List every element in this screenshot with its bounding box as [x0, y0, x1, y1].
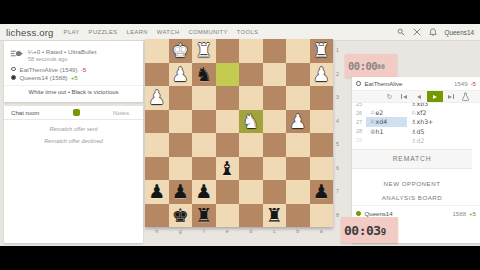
nav-item-community[interactable]: COMMUNITY [188, 29, 227, 35]
bell-icon[interactable] [429, 28, 437, 36]
black-clock-fraction: 9 [381, 227, 386, 237]
square-d5[interactable] [239, 133, 263, 157]
square-d7[interactable] [239, 180, 263, 204]
game-result-text: White time out • Black is victorious [4, 85, 143, 95]
replay-nav: ↻ [352, 91, 480, 103]
square-h4[interactable] [145, 110, 169, 134]
square-f3[interactable] [192, 86, 216, 110]
tab-notes[interactable]: Notes [113, 109, 129, 116]
square-a4[interactable] [310, 110, 334, 134]
white-player-rating: 1549 [454, 80, 468, 87]
square-c4[interactable] [263, 110, 287, 134]
square-d2[interactable] [239, 63, 263, 87]
tab-chat-room[interactable]: Chat room [11, 109, 39, 116]
main-menu: PLAYPUZZLESLEARNWATCHCOMMUNITYTOOLS [64, 29, 259, 35]
black-clock: 00:03 9 [341, 217, 398, 243]
square-g3[interactable] [169, 86, 193, 110]
move-26-white[interactable]: ♘e2 [366, 108, 407, 117]
move-27-black[interactable]: ♗xh3+ [407, 117, 448, 126]
square-b4[interactable]: ♟ [286, 110, 310, 134]
black-clock-time: 00:03 [344, 223, 381, 238]
crossed-swords-icon[interactable] [413, 28, 421, 36]
spacer [352, 169, 480, 177]
move-number: 25 [352, 103, 366, 107]
square-f2[interactable]: ♞ [192, 63, 216, 87]
previous-move-button[interactable] [412, 91, 427, 102]
piece-black-rook[interactable]: ♜ [192, 204, 216, 228]
file-label: f [192, 228, 216, 234]
piece-black-pawn[interactable]: ♟ [169, 180, 193, 204]
square-c8[interactable]: ♜ [263, 204, 287, 228]
square-f8[interactable]: ♜ [192, 204, 216, 228]
white-clock: 00:00 00 [345, 54, 397, 77]
square-h5[interactable] [145, 133, 169, 157]
nav-item-watch[interactable]: WATCH [157, 29, 180, 35]
game-setup-row: ¼+0 • Rated • UltraBullet 58 seconds ago [4, 41, 143, 64]
analysis-board-button[interactable]: ANALYSIS BOARD [352, 191, 472, 205]
piece-black-pawn[interactable]: ♟ [145, 180, 169, 204]
piece-white-rook[interactable]: ♜ [192, 39, 216, 63]
square-b3[interactable] [286, 86, 310, 110]
chat-message: Rematch offer sent [4, 126, 143, 132]
square-f7[interactable]: ♟ [192, 180, 216, 204]
black-color-icon [11, 75, 16, 80]
site-logo[interactable]: lichess.org [6, 27, 54, 38]
black-player-line: Queens14 (1588) +5 [4, 73, 143, 82]
square-c1[interactable] [263, 39, 287, 63]
square-e2[interactable] [216, 63, 240, 87]
time-ago-label: 58 seconds ago [28, 56, 96, 62]
move-row: 27♘xd4♗xh3+ [352, 117, 480, 126]
move-29-white[interactable] [366, 136, 407, 145]
navbar-right: Queens14 [397, 28, 475, 36]
white-player-name[interactable]: EatThemAlive [365, 80, 403, 87]
square-g4[interactable] [169, 110, 193, 134]
main-screen: lichess.org PLAYPUZZLESLEARNWATCHCOMMUNI… [0, 24, 480, 246]
nav-item-puzzles[interactable]: PUZZLES [89, 29, 118, 35]
rank-coordinates: 12345678 [336, 39, 339, 227]
square-h6[interactable] [145, 157, 169, 181]
move-28-white[interactable]: ♔h1 [366, 127, 407, 136]
square-h8[interactable] [145, 204, 169, 228]
black-player-link[interactable]: Queens14 (1588) [20, 74, 68, 81]
move-list[interactable]: 25♗xb326♘e2♘xf227♘xd4♗xh3+28♔h1♗d529♗d2 [352, 103, 480, 149]
ultrabullet-icon [10, 46, 23, 64]
square-d8[interactable] [239, 204, 263, 228]
square-d6[interactable] [239, 157, 263, 181]
piece-black-rook[interactable]: ♜ [263, 204, 287, 228]
rank-label: 1 [336, 39, 339, 63]
square-c2[interactable] [263, 63, 287, 87]
square-a6[interactable] [310, 157, 334, 181]
square-e7[interactable] [216, 180, 240, 204]
square-f4[interactable] [192, 110, 216, 134]
white-color-icon [11, 67, 16, 72]
move-number: 26 [352, 110, 366, 116]
rank-label: 7 [336, 180, 339, 204]
white-rating-diff: -5 [81, 66, 87, 73]
square-a5[interactable] [310, 133, 334, 157]
nav-item-tools[interactable]: TOOLS [237, 29, 259, 35]
rank-label: 8 [336, 204, 339, 228]
rank-label: 3 [336, 86, 339, 110]
square-f5[interactable] [192, 133, 216, 157]
rematch-button[interactable]: REMATCH [352, 149, 472, 169]
square-h3[interactable]: ♟ [145, 86, 169, 110]
file-label: e [216, 228, 240, 234]
move-number: 29 [352, 137, 366, 143]
white-player-diff: -5 [471, 80, 476, 87]
square-b7[interactable] [286, 180, 310, 204]
square-g5[interactable] [169, 133, 193, 157]
square-e8[interactable] [216, 204, 240, 228]
square-g7[interactable]: ♟ [169, 180, 193, 204]
rank-label: 5 [336, 133, 339, 157]
chat-panel: Chat room Notes Rematch offer sent Remat… [4, 106, 143, 243]
move-27-white[interactable]: ♘xd4 [366, 117, 407, 126]
square-b6[interactable] [286, 157, 310, 181]
file-label: d [239, 228, 263, 234]
white-player-link[interactable]: EatThemAlive (1549) [20, 66, 78, 73]
white-player-line: EatThemAlive (1549) -5 [4, 64, 143, 73]
rank-label: 4 [336, 110, 339, 134]
file-label: c [263, 228, 287, 234]
square-e5[interactable] [216, 133, 240, 157]
black-online-icon [356, 211, 361, 216]
rank-label: 6 [336, 157, 339, 181]
white-online-icon [356, 81, 361, 86]
square-b8[interactable] [286, 204, 310, 228]
rank-label: 2 [336, 63, 339, 87]
square-a3[interactable] [310, 86, 334, 110]
piece-white-pawn[interactable]: ♟ [310, 63, 334, 87]
search-icon[interactable] [397, 28, 405, 36]
black-player-rating: 1588 [452, 210, 466, 217]
file-label: h [145, 228, 169, 234]
game-meta-panel: ¼+0 • Rated • UltraBullet 58 seconds ago… [4, 41, 143, 102]
piece-black-pawn[interactable]: ♟ [192, 180, 216, 204]
square-g6[interactable] [169, 157, 193, 181]
time-control-label: ¼+0 • Rated • UltraBullet [28, 48, 96, 55]
square-c7[interactable] [263, 180, 287, 204]
analysis-flask-button[interactable] [458, 91, 473, 102]
square-e6[interactable]: ♝ [216, 157, 240, 181]
square-h1[interactable] [145, 39, 169, 63]
move-number: 28 [352, 128, 366, 134]
new-opponent-button[interactable]: NEW OPPONENT [352, 177, 472, 191]
piece-white-knight[interactable]: ♞ [239, 110, 263, 134]
square-e4[interactable] [216, 110, 240, 134]
chess-board[interactable]: ♚♜♜♟♞♟♟♞♟♝♟♟♟♟♚♜♜ [145, 39, 333, 227]
chat-header: Chat room Notes [4, 106, 143, 120]
square-c6[interactable] [263, 157, 287, 181]
square-f1[interactable]: ♜ [192, 39, 216, 63]
square-b5[interactable] [286, 133, 310, 157]
piece-white-pawn[interactable]: ♟ [169, 63, 193, 87]
piece-black-knight[interactable]: ♞ [192, 63, 216, 87]
black-player-diff: +5 [469, 210, 476, 217]
square-a1[interactable]: ♜ [310, 39, 334, 63]
square-d1[interactable] [239, 39, 263, 63]
square-b2[interactable] [286, 63, 310, 87]
move-26-black[interactable]: ♘xf2 [407, 108, 448, 117]
next-move-button[interactable] [427, 91, 444, 102]
lichess-app: lichess.org PLAYPUZZLESLEARNWATCHCOMMUNI… [0, 0, 480, 270]
square-e3[interactable] [216, 86, 240, 110]
black-player-name[interactable]: Queens14 [365, 210, 393, 217]
player-bar-white: EatThemAlive 1549 -5 [352, 77, 480, 91]
move-row: 28♔h1♗d5 [352, 127, 480, 136]
square-g2[interactable]: ♟ [169, 63, 193, 87]
move-28-black[interactable]: ♗d5 [407, 127, 448, 136]
file-label: g [169, 228, 193, 234]
square-d4[interactable]: ♞ [239, 110, 263, 134]
square-d3[interactable] [239, 86, 263, 110]
square-b1[interactable] [286, 39, 310, 63]
piece-white-pawn[interactable]: ♟ [286, 110, 310, 134]
move-29-black[interactable]: ♗d2 [407, 136, 448, 145]
piece-black-bishop[interactable]: ♝ [216, 157, 240, 181]
square-c3[interactable] [263, 86, 287, 110]
last-move-button[interactable] [443, 91, 458, 102]
piece-white-king[interactable]: ♚ [169, 39, 193, 63]
username-menu[interactable]: Queens14 [445, 29, 475, 36]
black-rating-diff: +5 [71, 74, 78, 81]
chat-toggle[interactable] [73, 109, 80, 116]
file-label: b [286, 228, 310, 234]
first-move-button[interactable] [397, 91, 412, 102]
square-a7[interactable]: ♟ [310, 180, 334, 204]
flip-board-button[interactable]: ↻ [382, 91, 397, 102]
piece-white-rook[interactable]: ♜ [310, 39, 334, 63]
square-a2[interactable]: ♟ [310, 63, 334, 87]
square-e1[interactable] [216, 39, 240, 63]
piece-black-king[interactable]: ♚ [169, 204, 193, 228]
white-clock-time: 00:00 [348, 60, 377, 72]
square-a8[interactable] [310, 204, 334, 228]
move-number: 27 [352, 119, 366, 125]
piece-black-pawn[interactable]: ♟ [310, 180, 334, 204]
file-label: a [310, 228, 334, 234]
square-g1[interactable]: ♚ [169, 39, 193, 63]
nav-item-play[interactable]: PLAY [64, 29, 80, 35]
square-h7[interactable]: ♟ [145, 180, 169, 204]
white-clock-fraction: 00 [377, 63, 385, 71]
square-c5[interactable] [263, 133, 287, 157]
square-g8[interactable]: ♚ [169, 204, 193, 228]
move-row: 26♘e2♘xf2 [352, 108, 480, 117]
move-row: 29♗d2 [352, 136, 480, 145]
chat-message: Rematch offer declined [4, 138, 143, 144]
file-coordinates: hgfedcba [145, 228, 333, 234]
nav-item-learn[interactable]: LEARN [127, 29, 148, 35]
square-h2[interactable] [145, 63, 169, 87]
square-f6[interactable] [192, 157, 216, 181]
piece-white-pawn[interactable]: ♟ [145, 86, 169, 110]
